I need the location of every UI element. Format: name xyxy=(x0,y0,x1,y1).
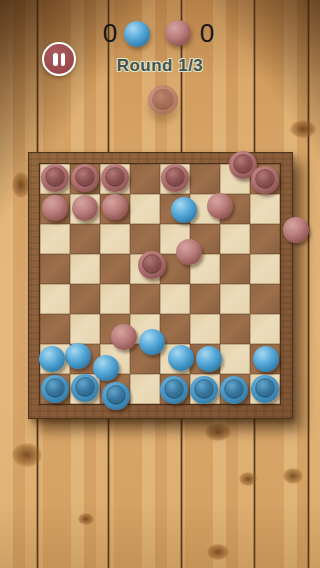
board-square xyxy=(130,224,160,254)
blue-ball-piece[interactable] xyxy=(39,346,65,372)
checkers-board xyxy=(28,152,293,419)
blue-ball-piece[interactable] xyxy=(93,355,119,381)
board-square xyxy=(220,224,250,254)
blue-ring-piece[interactable] xyxy=(220,376,248,404)
board-square xyxy=(250,314,280,344)
blue-ring-piece[interactable] xyxy=(160,376,188,404)
red-ball-piece[interactable] xyxy=(42,195,68,221)
board-square xyxy=(130,284,160,314)
blue-ball-piece[interactable] xyxy=(171,197,197,223)
pause-button[interactable] xyxy=(42,42,76,76)
board-square xyxy=(100,284,130,314)
red-ring-piece[interactable] xyxy=(41,164,69,192)
blue-ball-piece[interactable] xyxy=(65,343,91,369)
board-square xyxy=(250,194,280,224)
board-square xyxy=(130,194,160,224)
board-square xyxy=(250,284,280,314)
board-square xyxy=(220,344,250,374)
blue-ball-piece[interactable] xyxy=(196,346,222,372)
board-square xyxy=(220,284,250,314)
board-square xyxy=(40,224,70,254)
board-square xyxy=(160,284,190,314)
board-square xyxy=(130,374,160,404)
pause-icon xyxy=(61,53,66,66)
board-square xyxy=(70,314,100,344)
board-square xyxy=(250,254,280,284)
blue-ring-piece[interactable] xyxy=(251,375,279,403)
blue-ball-piece[interactable] xyxy=(253,346,279,372)
board-square xyxy=(40,284,70,314)
red-ring-piece[interactable] xyxy=(251,166,279,194)
board-square xyxy=(190,164,220,194)
red-ring-piece[interactable] xyxy=(101,164,129,192)
red-ring-piece[interactable] xyxy=(161,164,189,192)
board-square xyxy=(220,254,250,284)
blue-ring-piece[interactable] xyxy=(41,375,69,403)
red-ball-piece[interactable] xyxy=(176,239,202,265)
board-square xyxy=(40,314,70,344)
board-square xyxy=(40,254,70,284)
blue-ball-piece[interactable] xyxy=(168,345,194,371)
pause-icon xyxy=(53,53,58,66)
blue-ball-piece[interactable] xyxy=(139,329,165,355)
board-square xyxy=(100,254,130,284)
board-square xyxy=(190,284,220,314)
board-square xyxy=(130,164,160,194)
red-ring-piece[interactable] xyxy=(138,251,166,279)
red-ball-piece[interactable] xyxy=(111,324,137,350)
red-ball-piece[interactable] xyxy=(72,195,98,221)
board-square xyxy=(220,314,250,344)
red-ball-piece[interactable] xyxy=(102,194,128,220)
blue-ring-piece[interactable] xyxy=(190,376,218,404)
blue-ring-piece[interactable] xyxy=(102,382,130,410)
board-square xyxy=(70,224,100,254)
red-ball-piece[interactable] xyxy=(207,193,233,219)
board-square xyxy=(100,224,130,254)
red-ball-piece[interactable] xyxy=(283,217,309,243)
board-square xyxy=(190,314,220,344)
board-square xyxy=(70,284,100,314)
red-ring-piece[interactable] xyxy=(148,85,178,115)
board-square xyxy=(250,224,280,254)
red-ring-piece[interactable] xyxy=(71,164,99,192)
board-square xyxy=(70,254,100,284)
blue-ring-piece[interactable] xyxy=(71,374,99,402)
